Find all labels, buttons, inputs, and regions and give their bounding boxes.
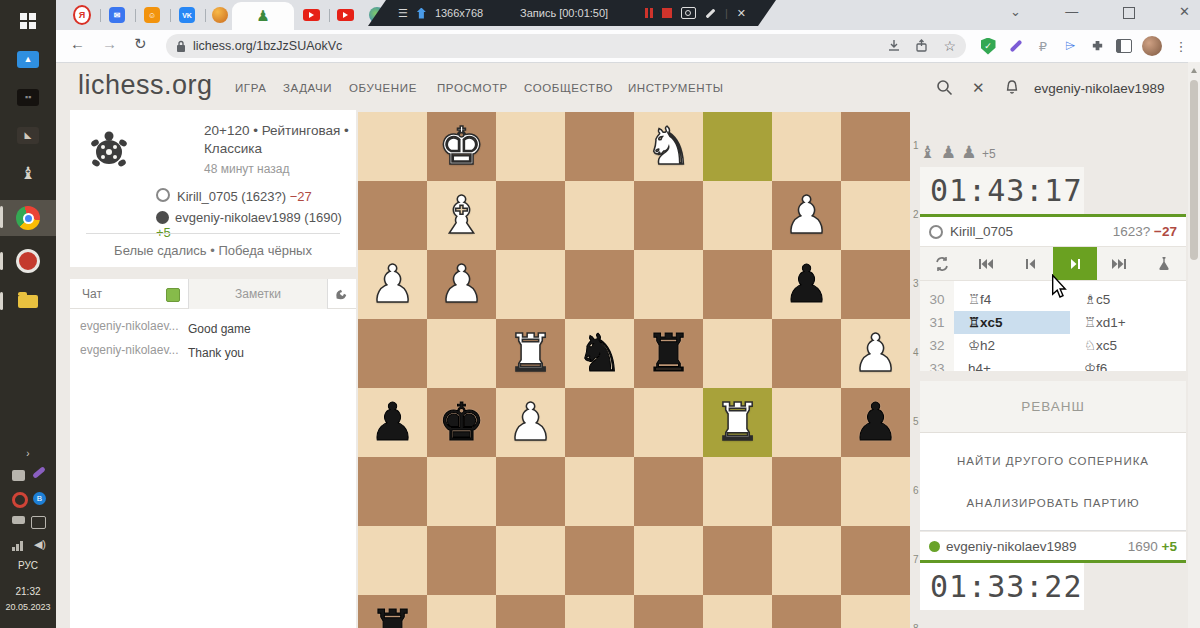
flip-board-button[interactable] [920,247,964,280]
square-d8[interactable] [634,595,703,628]
game-age: 48 минут назад [204,162,289,176]
square-f6[interactable] [496,457,565,526]
black-piece-K[interactable]: ♚ [438,388,485,457]
taskbar-chess-app[interactable]: ♝ [0,156,56,190]
keyboard-icon [12,470,25,481]
move-row-31: 31♖xc5♖xd1+ [920,311,1186,334]
square-h7[interactable] [358,526,427,595]
square-e7[interactable] [565,526,634,595]
save-icon[interactable] [887,39,901,53]
speaker-icon: ◀) [34,538,46,551]
square-f1[interactable] [496,112,565,181]
nav-item-4[interactable]: ПРОСМОТР [437,82,508,94]
black-piece-R[interactable]: ♜ [369,595,416,628]
shield-icon: ✓ [981,38,996,55]
square-a2[interactable] [841,181,910,250]
browser-toolbar: ← → ↻ lichess.org/1bzJzSUAokVc ☆ ✓ ₽ ⌲ ⋮ [56,30,1200,63]
youtube-icon [337,9,354,21]
rank-label-8: 8 [913,623,923,628]
white-color-icon [929,225,943,239]
white-player-row[interactable]: Kirill_0705 1623? −27 [920,217,1186,246]
phone-icon[interactable] [334,287,348,301]
square-d7[interactable] [634,526,703,595]
record-tray-icon [12,492,28,508]
square-b1[interactable] [772,112,841,181]
tab-vk[interactable]: VK [178,6,196,24]
nav-item-3[interactable]: ОБУЧЕНИЕ [349,82,417,94]
nav-item-1[interactable]: ИГРА [235,82,266,94]
square-c3[interactable] [703,250,772,319]
square-g1[interactable]: ♚ [427,112,496,181]
pause-icon[interactable] [645,8,653,18]
square-e8[interactable] [565,595,634,628]
browser-menu[interactable]: ⋮ [1171,36,1191,56]
taskbar-image-viewer[interactable]: ◣ [0,118,56,152]
square-b4[interactable] [772,319,841,388]
black-piece-P[interactable]: ♟ [783,250,830,319]
white-move[interactable]: ♖xc5 [954,311,1070,334]
white-piece-K[interactable]: ♚ [438,112,485,181]
challenges-icon[interactable]: ✕ [972,79,985,97]
square-g2[interactable]: ♝ [427,181,496,250]
black-clock: 01:33:22 [920,563,1084,610]
nav-item-6[interactable]: ИНСТРУМЕНТЫ [628,82,724,94]
forward-icon[interactable]: → [102,35,117,52]
black-move[interactable]: ♖xd1+ [1070,311,1186,334]
taskbar-chrome[interactable] [0,200,56,236]
square-d2[interactable] [634,181,703,250]
vk-icon: VK [179,7,195,23]
image-icon: ◣ [17,127,39,144]
lock-icon [176,40,186,53]
recorder-icon [16,249,40,273]
extension-pen[interactable] [1006,36,1026,56]
app-icon: ▪▪ [17,89,39,106]
square-e3[interactable] [565,250,634,319]
square-e2[interactable] [565,181,634,250]
back-icon[interactable]: ← [70,35,85,52]
tab-lichess-active[interactable]: ♟ [232,2,294,30]
black-piece-R[interactable]: ♜ [645,319,692,388]
black-player-line[interactable]: evgeniy-nikolaev1989 (1690) +5 [156,210,356,240]
tray-expand-chevron[interactable]: › [0,448,56,459]
black-delta: +5 [1162,539,1177,554]
square-g3[interactable]: ♟ [427,250,496,319]
white-piece-R[interactable]: ♜ [714,388,761,457]
sphere-icon [212,7,228,23]
windows-logo-icon [20,13,36,29]
white-piece-N[interactable]: ♞ [645,112,692,181]
square-h4[interactable] [358,319,427,388]
refresh-icon[interactable]: ↻ [134,35,147,53]
tab-mail[interactable]: ✉ [108,6,126,24]
square-g5[interactable]: ♚ [427,388,496,457]
photos-icon: ▲ [17,51,39,68]
screen: ▲ ▪▪ ◣ ♝ › B ◀) РУС 21:32 20.05.2023 Я ✉… [0,0,1200,628]
chat-toggle[interactable] [166,288,180,302]
nav-item-2[interactable]: ЗАДАЧИ [283,82,332,94]
first-move-button[interactable] [964,247,1008,280]
taskbar: ▲ ▪▪ ◣ ♝ › B ◀) РУС 21:32 20.05.2023 [0,0,56,628]
bookmark-star-icon[interactable]: ☆ [943,38,956,54]
extension-ruble[interactable]: ₽ [1033,36,1053,56]
chat-message: evgeniy-nikolaev...Good game [80,319,251,336]
square-a5[interactable]: ♟ [841,388,910,457]
window-controls: ⌄ — ✕ [1010,4,1190,24]
white-rating: 1623? [1113,224,1151,239]
screenshot-icon[interactable] [681,7,696,19]
taskbar-explorer[interactable] [0,284,56,318]
nav-item-5[interactable]: СООБЩЕСТВО [524,82,613,94]
square-e1[interactable] [565,112,634,181]
square-c4[interactable] [703,319,772,388]
white-piece-B[interactable]: ♝ [438,181,485,250]
tab-sphere[interactable] [211,6,229,24]
time-control-line2: Классика [204,141,262,156]
tray-row-1[interactable] [12,470,46,481]
side-panel-icon [1116,39,1132,53]
square-a6[interactable] [841,457,910,526]
move-number: 33 [920,357,954,371]
square-f4[interactable]: ♜ [496,319,565,388]
white-piece-P[interactable]: ♟ [852,319,899,388]
square-b6[interactable] [772,457,841,526]
extension-blue[interactable]: ⌲ [1060,36,1080,56]
tray-row-3[interactable] [12,516,46,529]
scroll-thumb[interactable] [1190,80,1198,260]
white-piece-P[interactable]: ♟ [783,181,830,250]
black-piece-P[interactable]: ♟ [369,388,416,457]
black-move[interactable]: ♘xc5 [1070,334,1186,357]
monitor-icon [31,516,46,529]
tab-chat[interactable]: Чат [82,287,102,301]
move-number: 30 [920,288,954,311]
tab-search-chevron-icon[interactable]: ⌄ [1010,4,1021,24]
stop-icon[interactable] [662,8,672,18]
white-piece-P[interactable]: ♟ [438,250,485,319]
previous-move-button[interactable] [1009,247,1053,280]
profile-avatar[interactable] [1142,36,1162,56]
lichess-pawn-icon: ♟ [256,7,269,25]
square-a8[interactable] [841,595,910,628]
taskbar-date: 20.05.2023 [0,602,56,612]
square-d1[interactable]: ♞ [634,112,703,181]
analyze-game-button[interactable]: АНАЛИЗИРОВАТЬ ПАРТИЮ [920,497,1186,509]
black-piece-P[interactable]: ♟ [852,388,899,457]
network-icon [12,541,23,551]
square-c7[interactable] [703,526,772,595]
person-icon [417,8,426,19]
avatar [1142,36,1162,56]
black-move[interactable] [1070,281,1186,288]
language-indicator[interactable]: РУС [0,560,56,571]
square-f8[interactable] [496,595,565,628]
white-piece-P[interactable]: ♟ [507,388,554,457]
square-a7[interactable] [841,526,910,595]
black-rating: 1690 [1128,539,1158,554]
youtube-icon [303,9,320,21]
square-b5[interactable] [772,388,841,457]
white-clock: 01:43:17 [920,167,1084,214]
tab-youtube-2[interactable] [336,6,354,24]
restore-icon[interactable] [1123,7,1135,19]
white-move[interactable]: h4+ [954,357,1070,371]
square-b7[interactable] [772,526,841,595]
black-color-icon [156,211,169,224]
white-player-name: Kirill_0705 [950,224,1013,239]
square-d3[interactable] [634,250,703,319]
recording-status: Запись [00:01:50] [492,7,636,19]
new-opponent-button[interactable]: НАЙТИ ДРУГОГО СОПЕРНИКА [920,455,1186,467]
square-d6[interactable] [634,457,703,526]
url-text: lichess.org/1bzJzSUAokVc [193,39,342,53]
chat-message: evgeniy-nikolaev...Thank you [80,343,244,360]
chat-panel: Чат Заметки evgeniy-nikolaev...Good game… [70,279,356,628]
recording-toolbar: ☰ 1366x768 Запись [00:01:50] | ✕ [368,0,776,26]
square-a1[interactable] [841,112,910,181]
classical-turtle-icon [86,128,132,172]
yandex-icon: Я [73,5,91,25]
square-f3[interactable] [496,250,565,319]
analysis-button[interactable] [1142,247,1186,280]
tab-yandex[interactable]: Я [73,6,91,24]
square-d4[interactable]: ♜ [634,319,703,388]
extension-shield[interactable]: ✓ [978,36,998,56]
divider [86,233,340,234]
minimize-icon[interactable]: — [1065,4,1078,24]
square-c5[interactable]: ♜ [703,388,772,457]
square-c2[interactable] [703,181,772,250]
square-c8[interactable] [703,595,772,628]
online-dot-icon [929,541,940,552]
pen-icon [1010,40,1023,53]
move-number: 32 [920,334,954,357]
square-e5[interactable] [565,388,634,457]
white-piece-P[interactable]: ♟ [369,250,416,319]
taskbar-photos-app[interactable]: ▲ [0,42,56,76]
move-number: 29 [920,281,954,288]
extensions-puzzle[interactable] [1087,36,1107,56]
square-c6[interactable] [703,457,772,526]
square-h1[interactable] [358,112,427,181]
square-h5[interactable]: ♟ [358,388,427,457]
tab-ok[interactable]: ☺ [143,6,161,24]
square-e6[interactable] [565,457,634,526]
folder-icon [18,295,38,308]
last-move-button[interactable] [1097,247,1141,280]
chess-board[interactable]: ♚♞♝♟♟♟♟♜♞♜♟♟♚♟♜♟♜ [358,112,910,628]
square-a3[interactable] [841,250,910,319]
share-icon[interactable] [915,39,929,53]
square-h3[interactable]: ♟ [358,250,427,319]
square-f2[interactable] [496,181,565,250]
address-bar[interactable]: lichess.org/1bzJzSUAokVc ☆ [166,34,966,58]
close-window-icon[interactable]: ✕ [1179,4,1190,24]
square-d5[interactable] [634,388,703,457]
page-scrollbar[interactable] [1188,62,1200,628]
square-c1[interactable] [703,112,772,181]
move-row-32: 32♔h2♘xc5 [920,334,1186,357]
white-color-icon [156,188,170,202]
white-move[interactable]: ♔h2 [954,334,1070,357]
draw-icon[interactable] [705,8,715,18]
square-e4[interactable]: ♞ [565,319,634,388]
taskbar-dark-app[interactable]: ▪▪ [0,80,56,114]
mail-icon: ✉ [109,7,125,23]
material-advantage: +5 [982,147,996,161]
square-a4[interactable]: ♟ [841,319,910,388]
puzzle-icon [1090,39,1105,54]
black-move[interactable]: ♗c5 [1070,288,1186,311]
square-b2[interactable]: ♟ [772,181,841,250]
square-g8[interactable] [427,595,496,628]
taskbar-recorder[interactable] [0,244,56,278]
square-g7[interactable] [427,526,496,595]
site-logo[interactable]: lichess.org [78,70,213,101]
square-b8[interactable] [772,595,841,628]
tab-youtube-1[interactable] [302,6,320,24]
square-f7[interactable] [496,526,565,595]
tray-row-4[interactable]: ◀) [12,538,46,551]
square-h6[interactable] [358,457,427,526]
tray-row-2[interactable]: B [12,492,46,508]
notifications-bell-icon[interactable] [1004,79,1020,100]
square-f5[interactable]: ♟ [496,388,565,457]
game-result-text: Белые сдались • Победа чёрных [70,243,356,258]
rematch-button[interactable]: РЕВАНШ [920,381,1186,433]
side-panel-button[interactable] [1114,36,1134,56]
battery-icon [12,516,25,524]
square-h8[interactable]: ♜ [358,595,427,628]
white-piece-R[interactable]: ♜ [507,319,554,388]
white-delta: −27 [1154,224,1177,239]
search-icon[interactable] [936,79,953,100]
close-recbar-icon[interactable]: ✕ [737,7,746,20]
square-g6[interactable] [427,457,496,526]
chess-piece-icon: ♝ [20,163,35,183]
white-player-line[interactable]: Kirill_0705 (1623?) −27 [156,188,312,204]
captured-pieces: ♝ ♟ ♟ +5 [920,142,1186,164]
chrome-icon [16,206,40,230]
recording-resolution: 1366x768 [435,7,483,19]
white-rating-delta: −27 [290,189,312,204]
square-g4[interactable] [427,319,496,388]
square-h2[interactable] [358,181,427,250]
header-username[interactable]: evgeniy-nikolaev1989 [1034,81,1165,96]
move-row-33: 33h4+♔f6 [920,357,1186,371]
time-control-line1: 20+120 • Рейтинговая • [204,123,349,138]
black-player-name: evgeniy-nikolaev1989 [946,539,1077,554]
square-b3[interactable]: ♟ [772,250,841,319]
taskbar-clock: 21:32 [0,586,56,597]
bluetooth-icon: B [33,492,46,505]
tab-notes[interactable]: Заметки [188,279,328,309]
move-number: 31 [920,311,954,334]
ok-icon: ☺ [144,7,160,23]
menu-icon[interactable]: ☰ [398,7,408,20]
scroll-up-icon[interactable] [1191,68,1197,73]
black-piece-N[interactable]: ♞ [576,319,623,388]
mouse-cursor [1050,274,1068,298]
feather-icon [32,466,46,479]
black-player-row[interactable]: evgeniy-nikolaev1989 1690 +5 [920,532,1186,561]
black-move[interactable]: ♔f6 [1070,357,1186,371]
start-button[interactable] [0,4,56,38]
